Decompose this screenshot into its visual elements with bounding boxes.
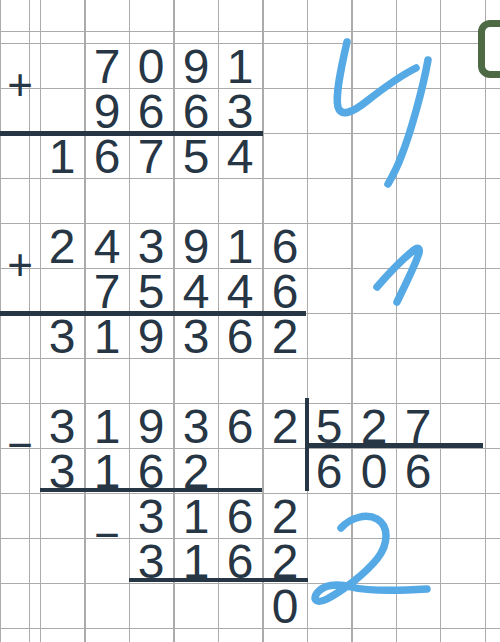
digit-cell: 1: [49, 128, 76, 183]
digit-cell: 5: [183, 128, 210, 183]
plus-sign: +: [7, 240, 33, 290]
digit-cell: 2: [272, 398, 299, 453]
vinculum-line: [307, 443, 483, 448]
vinculum-line: [129, 578, 308, 583]
vinculum-line: [0, 131, 263, 136]
mark-2-stroke: [315, 516, 427, 601]
plus-sign: +: [7, 60, 33, 110]
vinculum-line: [40, 488, 262, 493]
digit-cell: 1: [94, 308, 121, 363]
digit-cell: 0: [272, 578, 299, 633]
minus-sign: −: [7, 420, 33, 470]
digit-cell: 6: [405, 443, 432, 498]
mark-1-stroke: [377, 248, 419, 302]
handwritten-mark-4: [337, 42, 428, 184]
handwritten-mark-2: [315, 516, 427, 601]
digit-cell: 6: [227, 308, 254, 363]
handwritten-mark-1: [377, 248, 419, 302]
squared-paper-sheet: 7091966316754243916754463193623193625276…: [0, 0, 500, 642]
green-frame: [478, 20, 500, 78]
mark-4-left-stroke: [337, 42, 416, 113]
digit-cell: 3: [49, 308, 76, 363]
digit-cell: 6: [94, 128, 121, 183]
mark-4-right-stroke: [388, 60, 428, 184]
digit-cell: 6: [316, 443, 343, 498]
digit-cell: 2: [272, 308, 299, 363]
digit-cell: 7: [138, 128, 165, 183]
digit-cell: 3: [183, 308, 210, 363]
minus-sign: −: [94, 510, 120, 560]
vinculum-line: [0, 311, 306, 316]
digit-cell: 2: [49, 218, 76, 273]
digit-cell: 0: [361, 443, 388, 498]
digit-cell: 9: [138, 308, 165, 363]
digit-cell: 4: [227, 128, 254, 183]
digit-cell: 6: [227, 398, 254, 453]
